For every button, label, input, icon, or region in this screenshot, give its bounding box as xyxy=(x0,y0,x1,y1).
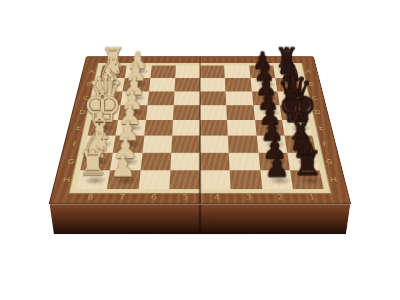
coordinate-label: 6 xyxy=(137,194,169,203)
piece-white-pawn[interactable]: ♟ xyxy=(98,152,147,181)
coordinate-label: 3 xyxy=(233,194,265,203)
pieces-layer: ♜♟♟♜♞♟♟♞♝♟♟♝♛♟♟♛♚♟♟♚♝♟♟♝♞♟♟♞♜♟♟♜ xyxy=(75,65,325,190)
fold-seam-edge xyxy=(199,205,201,233)
scene: ABCDEFGH ABCDEFGH 87654321 ♜♟♟♜♞♟♟♞♝♟♟♝♛… xyxy=(0,0,400,300)
product-photo-background: ABCDEFGH ABCDEFGH 87654321 ♜♟♟♜♞♟♟♞♝♟♟♝♛… xyxy=(0,0,400,300)
piece-anchor: ♜ xyxy=(291,171,325,190)
coordinate-label: 2 xyxy=(264,194,297,203)
coordinate-label: 5 xyxy=(169,194,201,203)
coordinate-label: 4 xyxy=(201,194,233,203)
coordinate-label: 7 xyxy=(105,194,138,203)
piece-anchor: ♟ xyxy=(106,171,139,190)
coordinate-label: 8 xyxy=(73,194,106,203)
coordinate-label: 1 xyxy=(295,194,328,203)
piece-black-rook[interactable]: ♜ xyxy=(283,147,332,181)
chess-board: ABCDEFGH ABCDEFGH 87654321 ♜♟♟♜♞♟♟♞♝♟♟♝♛… xyxy=(49,56,352,204)
board-front-edge xyxy=(50,205,351,235)
